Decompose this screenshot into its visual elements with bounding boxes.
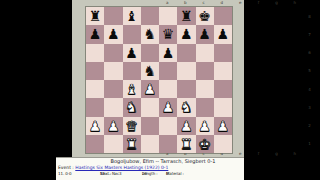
square-f2[interactable]: ♟ [177,117,195,135]
square-e2[interactable] [159,117,177,135]
square-a6[interactable] [86,44,104,62]
black-pawn: ♟ [89,25,102,43]
square-h5[interactable] [214,62,232,80]
black-queen: ♛ [162,25,175,43]
square-b2[interactable]: ♟ [104,117,122,135]
square-d5[interactable]: ♞ [141,62,159,80]
square-f3[interactable]: ♞ [177,98,195,116]
square-c6[interactable]: ♟ [123,44,141,62]
square-c3[interactable]: ♞ [123,98,141,116]
square-g3[interactable] [196,98,214,116]
length-value: 20 [142,171,147,176]
square-c7[interactable] [123,25,141,43]
black-rook: ♜ [180,7,193,25]
square-f6[interactable] [177,44,195,62]
black-bishop: ♝ [125,7,138,25]
square-g4[interactable] [196,80,214,98]
square-g7[interactable]: ♟ [196,25,214,43]
white-pawn: ♟ [107,117,120,135]
square-d1[interactable] [141,135,159,153]
square-h1[interactable] [214,135,232,153]
file-label-c: c [195,0,213,7]
black-knight: ♞ [144,25,157,43]
square-h4[interactable] [214,80,232,98]
white-pawn: ♟ [144,80,157,98]
file-label-a: a [158,0,176,7]
black-knight: ♞ [144,62,157,80]
rank-label-6: 6 [305,44,314,62]
black-pawn: ♟ [125,44,138,62]
event-line: Event : Hastings Six Masters Hastings (1… [58,165,168,170]
square-a2[interactable]: ♟ [86,117,104,135]
material-label: Material : [166,171,184,176]
square-c8[interactable]: ♝ [123,7,141,25]
square-g2[interactable]: ♟ [196,117,214,135]
square-d8[interactable] [141,7,159,25]
rank-label-5: 5 [305,62,314,80]
rank-labels-right: 87654321 [305,7,314,153]
square-e7[interactable]: ♛ [159,25,177,43]
square-f1[interactable]: ♜ [177,135,195,153]
rank-label-3: 3 [305,98,314,116]
square-f4[interactable] [177,80,195,98]
next-value: 11. ... Nxc3 [100,171,122,176]
white-queen: ♛ [125,117,138,135]
square-g8[interactable]: ♚ [196,7,214,25]
square-b6[interactable] [104,44,122,62]
square-e5[interactable] [159,62,177,80]
rank-label-7: 7 [305,25,314,43]
square-d4[interactable]: ♟ [141,80,159,98]
move-info-line: 11. 0-0 Next : 11. ... Nxc3 Length : 20 … [56,171,244,177]
square-e3[interactable]: ♟ [159,98,177,116]
file-label-g: g [268,0,286,7]
square-a7[interactable]: ♟ [86,25,104,43]
square-e8[interactable] [159,7,177,25]
square-c5[interactable] [123,62,141,80]
file-labels-top: abcdefgh [158,0,304,7]
square-h3[interactable] [214,98,232,116]
file-label-h: h [286,151,304,157]
square-h7[interactable]: ♟ [214,25,232,43]
square-c2[interactable]: ♛ [123,117,141,135]
white-rook: ♜ [180,135,193,153]
square-b5[interactable] [104,62,122,80]
white-rook: ♜ [125,135,138,153]
square-c4[interactable]: ♝ [123,80,141,98]
square-d2[interactable] [141,117,159,135]
square-g6[interactable] [196,44,214,62]
square-b4[interactable] [104,80,122,98]
white-knight: ♞ [125,98,138,116]
file-label-d: d [213,0,231,7]
white-pawn: ♟ [180,117,193,135]
square-e1[interactable] [159,135,177,153]
square-e4[interactable] [159,80,177,98]
black-pawn: ♟ [162,44,175,62]
rank-label-8: 8 [305,7,314,25]
white-pawn: ♟ [217,117,230,135]
white-king: ♚ [198,135,211,153]
white-bishop: ♝ [125,80,138,98]
black-king: ♚ [198,7,211,25]
square-h2[interactable]: ♟ [214,117,232,135]
rank-label-2: 2 [305,117,314,135]
square-b7[interactable]: ♟ [104,25,122,43]
square-g5[interactable] [196,62,214,80]
file-label-f: f [249,151,267,157]
square-b1[interactable] [104,135,122,153]
rank-label-1: 1 [305,135,314,153]
caption-bar: Bogoljubow, Efim -- Tarrasch, Siegbert 0… [56,157,244,180]
square-h8[interactable] [214,7,232,25]
square-c1[interactable]: ♜ [123,135,141,153]
file-label-g: g [268,151,286,157]
white-knight: ♞ [180,98,193,116]
black-pawn: ♟ [198,25,211,43]
white-pawn: ♟ [89,117,102,135]
square-a8[interactable]: ♜ [86,7,104,25]
material-value: 0 [166,171,168,176]
move-played: 11. 0-0 [58,171,71,176]
event-label: Event : [58,165,74,170]
event-link[interactable]: Hastings Six Masters Hastings (1922) 0-1 [75,165,168,170]
square-a1[interactable] [86,135,104,153]
square-a3[interactable] [86,98,104,116]
black-pawn: ♟ [217,25,230,43]
game-players-title: Bogoljubow, Efim -- Tarrasch, Siegbert 0… [56,159,244,164]
file-label-b: b [176,0,194,7]
video-frame: abcdefgh abcdefgh 87654321 87654321 ♜♝♜♚… [0,0,320,180]
square-g1[interactable]: ♚ [196,135,214,153]
board: ♜♝♜♚♟♟♞♛♟♟♟♟♟♞♝♟♞♟♞♟♟♛♟♟♟♜♜♚ [86,7,232,153]
square-a5[interactable] [86,62,104,80]
square-d6[interactable] [141,44,159,62]
square-f8[interactable]: ♜ [177,7,195,25]
square-h6[interactable] [214,44,232,62]
square-f7[interactable]: ♟ [177,25,195,43]
square-f5[interactable] [177,62,195,80]
white-pawn: ♟ [162,98,175,116]
white-pawn: ♟ [198,117,211,135]
file-label-e: e [231,0,249,7]
square-e6[interactable]: ♟ [159,44,177,62]
black-rook: ♜ [89,7,102,25]
rank-label-4: 4 [305,80,314,98]
square-b3[interactable] [104,98,122,116]
file-label-f: f [249,0,267,7]
black-pawn: ♟ [107,25,120,43]
black-pawn: ♟ [180,25,193,43]
square-d3[interactable] [141,98,159,116]
square-d7[interactable]: ♞ [141,25,159,43]
square-a4[interactable] [86,80,104,98]
square-b8[interactable] [104,7,122,25]
file-label-h: h [286,0,304,7]
